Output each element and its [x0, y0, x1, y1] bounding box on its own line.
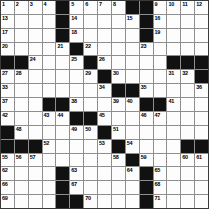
cell-r10c8: [98, 126, 111, 139]
cell-r1c9[interactable]: 8: [112, 1, 125, 14]
cell-r15c9[interactable]: [112, 195, 125, 208]
cell-r2c2[interactable]: [15, 15, 28, 28]
cell-r9c9[interactable]: [112, 112, 125, 125]
clue-number: 7: [99, 1, 102, 7]
cell-r7c15[interactable]: 36: [195, 84, 208, 97]
cell-r8c1[interactable]: 37: [1, 98, 14, 111]
cell-r7c12[interactable]: [154, 84, 167, 97]
clue-number: 9: [155, 1, 158, 7]
cell-r2c3[interactable]: [29, 15, 42, 28]
cell-r4c2[interactable]: [15, 43, 28, 56]
cell-r12c7[interactable]: [84, 154, 97, 167]
clue-number: 56: [16, 154, 22, 160]
cell-r8c15[interactable]: [195, 98, 208, 111]
cell-r3c9[interactable]: [112, 29, 125, 42]
cell-r8c8[interactable]: [98, 98, 111, 111]
cell-r9c8[interactable]: 45: [98, 112, 111, 125]
cell-r2c14[interactable]: [181, 15, 194, 28]
cell-r9c15[interactable]: [195, 112, 208, 125]
clue-number: 38: [71, 98, 77, 104]
cell-r11c5[interactable]: [56, 140, 69, 153]
clue-number: 69: [2, 195, 8, 201]
cell-r8c4: [43, 98, 56, 111]
cell-r9c12[interactable]: 47: [154, 112, 167, 125]
cell-r2c4[interactable]: [43, 15, 56, 28]
cell-r13c10[interactable]: 64: [126, 167, 139, 180]
cell-r5c9[interactable]: [112, 56, 125, 69]
cell-r13c4[interactable]: [43, 167, 56, 180]
clue-number: 14: [71, 15, 77, 21]
cell-r8c10[interactable]: 40: [126, 98, 139, 111]
clue-number: 57: [30, 154, 36, 160]
clue-number: 51: [113, 126, 119, 132]
cell-r14c6[interactable]: 67: [70, 181, 83, 194]
clue-number: 43: [44, 112, 50, 118]
cell-r4c3[interactable]: [29, 43, 42, 56]
cell-r13c1[interactable]: 62: [1, 167, 14, 180]
clue-number: 36: [196, 84, 202, 90]
cell-r13c12[interactable]: 65: [154, 167, 167, 180]
cell-r12c11[interactable]: 59: [140, 154, 153, 167]
cell-r11c13[interactable]: [167, 140, 180, 153]
cell-r3c6[interactable]: 18: [70, 29, 83, 42]
cell-r12c1[interactable]: 55: [1, 154, 14, 167]
cell-r9c2[interactable]: [15, 112, 28, 125]
cell-r9c5[interactable]: 44: [56, 112, 69, 125]
cell-r7c13[interactable]: [167, 84, 180, 97]
cell-r15c11: [140, 195, 153, 208]
cell-r7c9: [112, 84, 125, 97]
cell-r12c2[interactable]: 56: [15, 154, 28, 167]
clue-number: 30: [113, 70, 119, 76]
clue-number: 44: [57, 112, 63, 118]
cell-r11c3: [29, 140, 42, 153]
cell-r1c3[interactable]: 3: [29, 1, 42, 14]
cell-r2c6[interactable]: 14: [70, 15, 83, 28]
cell-r1c11: [140, 1, 153, 14]
cell-r9c11[interactable]: 46: [140, 112, 153, 125]
cell-r6c6[interactable]: [70, 70, 83, 83]
cell-r1c12[interactable]: 9: [154, 1, 167, 14]
clue-number: 19: [155, 29, 161, 35]
cell-r15c15[interactable]: [195, 195, 208, 208]
clue-number: 54: [127, 140, 133, 146]
cell-r3c13[interactable]: [167, 29, 180, 42]
clue-number: 22: [85, 43, 91, 49]
cell-r10c9[interactable]: 51: [112, 126, 125, 139]
cell-r5c3[interactable]: 24: [29, 56, 42, 69]
cell-r4c5[interactable]: 21: [56, 43, 69, 56]
cell-r15c5: [56, 195, 69, 208]
cell-r5c11[interactable]: [140, 56, 153, 69]
clue-number: 35: [141, 84, 147, 90]
cell-r2c9[interactable]: [112, 15, 125, 28]
clue-number: 52: [44, 140, 50, 146]
cell-r7c11[interactable]: 35: [140, 84, 153, 97]
cell-r6c12[interactable]: [154, 70, 167, 83]
cell-r13c5: [56, 167, 69, 180]
cell-r8c9[interactable]: 39: [112, 98, 125, 111]
cell-r5c14: [181, 56, 194, 69]
cell-r6c5[interactable]: [56, 70, 69, 83]
clue-number: 42: [2, 112, 8, 118]
clue-number: 3: [30, 1, 33, 7]
cell-r3c10[interactable]: [126, 29, 139, 42]
cell-r15c3[interactable]: [29, 195, 42, 208]
clue-number: 21: [57, 43, 63, 49]
cell-r13c15[interactable]: [195, 167, 208, 180]
clue-number: 61: [196, 154, 202, 160]
cell-r7c3[interactable]: [29, 84, 42, 97]
cell-r2c8[interactable]: [98, 15, 111, 28]
clue-number: 4: [44, 1, 47, 7]
cell-r15c12[interactable]: 71: [154, 195, 167, 208]
cell-r12c14[interactable]: 60: [181, 154, 194, 167]
cell-r5c8[interactable]: 26: [98, 56, 111, 69]
cell-r12c15[interactable]: 61: [195, 154, 208, 167]
clue-number: 64: [127, 167, 133, 173]
cell-r14c7[interactable]: [84, 181, 97, 194]
cell-r14c14[interactable]: [181, 181, 194, 194]
clue-number: 60: [182, 154, 188, 160]
clue-number: 41: [168, 98, 174, 104]
clue-number: 32: [182, 70, 188, 76]
cell-r5c6[interactable]: 25: [70, 56, 83, 69]
cell-r15c4[interactable]: [43, 195, 56, 208]
cell-r10c7[interactable]: 50: [84, 126, 97, 139]
cell-r3c15[interactable]: [195, 29, 208, 42]
cell-r10c14[interactable]: [181, 126, 194, 139]
cell-r8c12: [154, 98, 167, 111]
clue-number: 70: [85, 195, 91, 201]
cell-r6c11[interactable]: [140, 70, 153, 83]
cell-r13c13[interactable]: [167, 167, 180, 180]
cell-r14c5: [56, 181, 69, 194]
cell-r12c3[interactable]: 57: [29, 154, 42, 167]
clue-number: 6: [85, 1, 88, 7]
cell-r10c2[interactable]: 48: [15, 126, 28, 139]
cell-r6c9[interactable]: 30: [112, 70, 125, 83]
cell-r11c2: [15, 140, 28, 153]
cell-r3c2[interactable]: [15, 29, 28, 42]
cell-r14c3[interactable]: [29, 181, 42, 194]
cell-r9c6: [70, 112, 83, 125]
clue-number: 48: [16, 126, 22, 132]
clue-number: 40: [127, 98, 133, 104]
cell-r2c10[interactable]: 15: [126, 15, 139, 28]
cell-r13c8[interactable]: [98, 167, 111, 180]
cell-r1c10: [126, 1, 139, 14]
cell-r3c12[interactable]: 19: [154, 29, 167, 42]
cell-r3c14[interactable]: [181, 29, 194, 42]
cell-r12c12[interactable]: [154, 154, 167, 167]
cell-r8c5: [56, 98, 69, 111]
cell-r4c11[interactable]: 23: [140, 43, 153, 56]
clue-number: 17: [2, 29, 8, 35]
cell-r13c14[interactable]: [181, 167, 194, 180]
clue-number: 27: [2, 70, 8, 76]
clue-number: 63: [71, 167, 77, 173]
clue-number: 37: [2, 98, 8, 104]
cell-r13c7[interactable]: [84, 167, 97, 180]
cell-r8c3[interactable]: [29, 98, 42, 111]
cell-r3c8[interactable]: [98, 29, 111, 42]
clue-number: 33: [2, 84, 8, 90]
clue-number: 20: [2, 43, 8, 49]
cell-r4c10[interactable]: [126, 43, 139, 56]
cell-r3c3[interactable]: [29, 29, 42, 42]
cell-r7c4[interactable]: [43, 84, 56, 97]
cell-r4c8[interactable]: [98, 43, 111, 56]
cell-r8c2[interactable]: [15, 98, 28, 111]
cell-r7c5[interactable]: [56, 84, 69, 97]
cell-r3c5: [56, 29, 69, 42]
cell-r4c15[interactable]: [195, 43, 208, 56]
cell-r3c7[interactable]: [84, 29, 97, 42]
cell-r6c3[interactable]: [29, 70, 42, 83]
clue-number: 5: [71, 1, 74, 7]
cell-r14c13[interactable]: [167, 181, 180, 194]
cell-r15c8[interactable]: [98, 195, 111, 208]
cell-r4c1[interactable]: 20: [1, 43, 14, 56]
clue-number: 39: [113, 98, 119, 104]
clue-number: 18: [71, 29, 77, 35]
cell-r14c9[interactable]: [112, 181, 125, 194]
cell-r4c4[interactable]: [43, 43, 56, 56]
cell-r1c8[interactable]: 7: [98, 1, 111, 14]
cell-r6c2[interactable]: 28: [15, 70, 28, 83]
cell-r4c12[interactable]: [154, 43, 167, 56]
cell-r2c1[interactable]: 13: [1, 15, 14, 28]
cell-r11c9: [112, 140, 125, 153]
cell-r8c13[interactable]: 41: [167, 98, 180, 111]
cell-r6c10[interactable]: [126, 70, 139, 83]
cell-r11c10[interactable]: 54: [126, 140, 139, 153]
cell-r6c14[interactable]: 32: [181, 70, 194, 83]
clue-number: 46: [141, 112, 147, 118]
clue-number: 2: [16, 1, 19, 7]
clue-number: 53: [99, 140, 105, 146]
cell-r5c5[interactable]: [56, 56, 69, 69]
cell-r2c11: [140, 15, 153, 28]
clue-number: 26: [99, 56, 105, 62]
clue-number: 71: [155, 195, 161, 201]
cell-r11c8[interactable]: 53: [98, 140, 111, 153]
cell-r11c1: [1, 140, 14, 153]
cell-r14c15[interactable]: [195, 181, 208, 194]
clue-number: 67: [71, 181, 77, 187]
cell-r4c6: [70, 43, 83, 56]
cell-r15c14[interactable]: [181, 195, 194, 208]
clue-number: 47: [155, 112, 161, 118]
cell-r10c15[interactable]: [195, 126, 208, 139]
clue-number: 58: [113, 154, 119, 160]
cell-r11c6[interactable]: [70, 140, 83, 153]
cell-r7c6[interactable]: [70, 84, 83, 97]
clue-number: 1: [2, 1, 5, 7]
cell-r11c7[interactable]: [84, 140, 97, 153]
cell-r3c11: [140, 29, 153, 42]
clue-number: 25: [71, 56, 77, 62]
cell-r15c6: [70, 195, 83, 208]
cell-r2c5: [56, 15, 69, 28]
cell-r12c8[interactable]: [98, 154, 111, 167]
cell-r12c10: [126, 154, 139, 167]
cell-r11c4[interactable]: 52: [43, 140, 56, 153]
cell-r9c1[interactable]: 42: [1, 112, 14, 125]
clue-number: 15: [127, 15, 133, 21]
cell-r9c3[interactable]: [29, 112, 42, 125]
cell-r15c2[interactable]: [15, 195, 28, 208]
cell-r7c1[interactable]: 33: [1, 84, 14, 97]
cell-r5c1: [1, 56, 14, 69]
cell-r5c10[interactable]: [126, 56, 139, 69]
cell-r13c3[interactable]: [29, 167, 42, 180]
cell-r1c5: [56, 1, 69, 14]
cell-r13c9[interactable]: [112, 167, 125, 180]
cell-r14c2[interactable]: [15, 181, 28, 194]
cell-r13c6[interactable]: 63: [70, 167, 83, 180]
cell-r14c8[interactable]: [98, 181, 111, 194]
cell-r9c7: [84, 112, 97, 125]
clue-number: 45: [99, 112, 105, 118]
cell-r12c13[interactable]: [167, 154, 180, 167]
cell-r1c2[interactable]: 2: [15, 1, 28, 14]
cell-r10c4[interactable]: [43, 126, 56, 139]
cell-r15c13[interactable]: [167, 195, 180, 208]
cell-r5c12[interactable]: [154, 56, 167, 69]
clue-number: 24: [30, 56, 36, 62]
cell-r14c11: [140, 181, 153, 194]
cell-r8c6[interactable]: 38: [70, 98, 83, 111]
cell-r12c5[interactable]: [56, 154, 69, 167]
cell-r6c7[interactable]: 29: [84, 70, 97, 83]
clue-number: 68: [155, 181, 161, 187]
clue-number: 10: [168, 1, 174, 7]
cell-r2c7[interactable]: [84, 15, 97, 28]
cell-r11c15: [195, 140, 208, 153]
clue-number: 29: [85, 70, 91, 76]
clue-number: 62: [2, 167, 8, 173]
cell-r5c4[interactable]: [43, 56, 56, 69]
cell-r4c13[interactable]: [167, 43, 180, 56]
clue-number: 28: [16, 70, 22, 76]
cell-r14c10[interactable]: [126, 181, 139, 194]
cell-r7c14[interactable]: [181, 84, 194, 97]
cell-r4c14[interactable]: [181, 43, 194, 56]
cell-r10c5[interactable]: [56, 126, 69, 139]
cell-r10c1: [1, 126, 14, 139]
clue-number: 13: [2, 15, 8, 21]
cell-r10c13[interactable]: [167, 126, 180, 139]
cell-r10c3[interactable]: [29, 126, 42, 139]
clue-number: 34: [99, 84, 105, 90]
clue-number: 8: [113, 1, 116, 7]
cell-r15c1[interactable]: 69: [1, 195, 14, 208]
cell-r9c14[interactable]: [181, 112, 194, 125]
clue-number: 31: [168, 70, 174, 76]
crossword-board: 1234567891011121314151617181920212223242…: [0, 0, 209, 209]
clue-number: 66: [2, 181, 8, 187]
cell-r14c12[interactable]: 68: [154, 181, 167, 194]
cell-r6c1[interactable]: 27: [1, 70, 14, 83]
cell-r5c7: [84, 56, 97, 69]
cell-r1c15[interactable]: 12: [195, 1, 208, 14]
cell-r6c15: [195, 70, 208, 83]
cell-r1c4[interactable]: 4: [43, 1, 56, 14]
cell-r5c15: [195, 56, 208, 69]
cell-r6c8: [98, 70, 111, 83]
cell-r5c2: [15, 56, 28, 69]
cell-r7c2[interactable]: [15, 84, 28, 97]
cell-r13c2[interactable]: [15, 167, 28, 180]
cell-r12c4[interactable]: [43, 154, 56, 167]
cell-r2c15[interactable]: [195, 15, 208, 28]
cell-r10c12[interactable]: [154, 126, 167, 139]
cell-r8c11: [140, 98, 153, 111]
cell-r2c13[interactable]: [167, 15, 180, 28]
cell-r8c7[interactable]: [84, 98, 97, 111]
cell-r14c4[interactable]: [43, 181, 56, 194]
cell-r9c13[interactable]: [167, 112, 180, 125]
cell-r4c7[interactable]: 22: [84, 43, 97, 56]
cell-r5c13: [167, 56, 180, 69]
cell-r4c9[interactable]: [112, 43, 125, 56]
clue-number: 11: [182, 1, 187, 7]
clue-number: 65: [155, 167, 161, 173]
cell-r3c4[interactable]: [43, 29, 56, 42]
cell-r9c10[interactable]: [126, 112, 139, 125]
cell-r3c1[interactable]: 17: [1, 29, 14, 42]
cell-r14c1[interactable]: 66: [1, 181, 14, 194]
cell-r6c13[interactable]: 31: [167, 70, 180, 83]
clue-number: 23: [141, 43, 147, 49]
crossword-grid: 1234567891011121314151617181920212223242…: [0, 0, 209, 209]
cell-r7c8[interactable]: 34: [98, 84, 111, 97]
cell-r11c14: [181, 140, 194, 153]
cell-r10c11[interactable]: [140, 126, 153, 139]
clue-number: 59: [141, 154, 147, 160]
cell-r12c9[interactable]: 58: [112, 154, 125, 167]
cell-r11c12[interactable]: [154, 140, 167, 153]
clue-number: 12: [196, 1, 202, 7]
clue-number: 16: [155, 15, 161, 21]
cell-r7c10: [126, 84, 139, 97]
cell-r1c7[interactable]: 6: [84, 1, 97, 14]
clue-number: 55: [2, 154, 8, 160]
cell-r2c12[interactable]: 16: [154, 15, 167, 28]
cell-r7c7[interactable]: [84, 84, 97, 97]
cell-r13c11: [140, 167, 153, 180]
cell-r6c4[interactable]: [43, 70, 56, 83]
cell-r1c1[interactable]: 1: [1, 1, 14, 14]
cell-r9c4[interactable]: 43: [43, 112, 56, 125]
cell-r1c6[interactable]: 5: [70, 1, 83, 14]
cell-r10c6[interactable]: 49: [70, 126, 83, 139]
cell-r1c14[interactable]: 11: [181, 1, 194, 14]
cell-r12c6[interactable]: [70, 154, 83, 167]
cell-r15c7[interactable]: 70: [84, 195, 97, 208]
cell-r8c14[interactable]: [181, 98, 194, 111]
clue-number: 49: [71, 126, 77, 132]
clue-number: 50: [85, 126, 91, 132]
cell-r1c13[interactable]: 10: [167, 1, 180, 14]
cell-r10c10[interactable]: [126, 126, 139, 139]
cell-r15c10[interactable]: [126, 195, 139, 208]
cell-r11c11[interactable]: [140, 140, 153, 153]
